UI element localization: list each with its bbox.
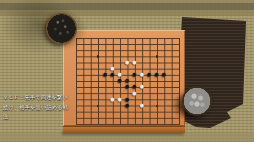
black-stone: ●: [147, 70, 152, 78]
board-cell[interactable]: [94, 120, 101, 126]
board-cell[interactable]: [79, 120, 86, 126]
black-stone: ●: [154, 70, 159, 78]
vcf-rule-caption: ＶＣＦ：先手で四連を繋い 続け、相手を追い詰める戦 法: [3, 93, 69, 122]
white-stone: ●: [139, 70, 144, 78]
black-stones-bowl: [46, 13, 77, 44]
black-stone: ●: [132, 70, 137, 78]
game-screenshot: ●●●●●●●●●●●●●●●●●●●●●● ＶＣＦ：先手で四連を繋い 続け、相…: [0, 0, 254, 142]
board-cell[interactable]: [123, 120, 130, 126]
board-cell[interactable]: [116, 120, 123, 126]
white-stone: ●: [110, 94, 115, 102]
black-stone: ●: [102, 70, 107, 78]
board-cell[interactable]: [167, 120, 174, 126]
board-cell[interactable]: [87, 120, 94, 126]
board-cell[interactable]: [160, 120, 167, 126]
star-point: [126, 80, 128, 82]
white-stone: ●: [117, 94, 122, 102]
board-cell[interactable]: [72, 120, 79, 126]
board-cell[interactable]: [175, 120, 182, 126]
star-point: [97, 105, 99, 107]
caption-line-1: ＶＣＦ：先手で四連を繋い: [3, 93, 69, 103]
black-stone: ●: [124, 82, 129, 90]
black-stone: ●: [161, 70, 166, 78]
board-cell[interactable]: [131, 120, 138, 126]
star-point: [156, 105, 158, 107]
board-cell[interactable]: [101, 120, 108, 126]
white-stone: ●: [139, 100, 144, 108]
caption-line-2: 続け、相手を追い詰める戦: [3, 103, 69, 113]
board-cell[interactable]: [109, 120, 116, 126]
black-stone: ●: [124, 100, 129, 108]
black-stone: ●: [117, 76, 122, 84]
star-point: [97, 55, 99, 57]
white-stone: ●: [124, 57, 129, 65]
black-stone: ●: [110, 70, 115, 78]
white-stone: ●: [132, 88, 137, 96]
board-cell[interactable]: [145, 120, 152, 126]
board-cell[interactable]: [153, 120, 160, 126]
board-front-face: [63, 126, 185, 133]
board-cell[interactable]: [138, 120, 145, 126]
caption-line-3: 法: [3, 112, 69, 122]
white-stones-bowl: [182, 86, 212, 116]
star-point: [156, 55, 158, 57]
white-stone: ●: [139, 82, 144, 90]
white-stone: ●: [132, 57, 137, 65]
